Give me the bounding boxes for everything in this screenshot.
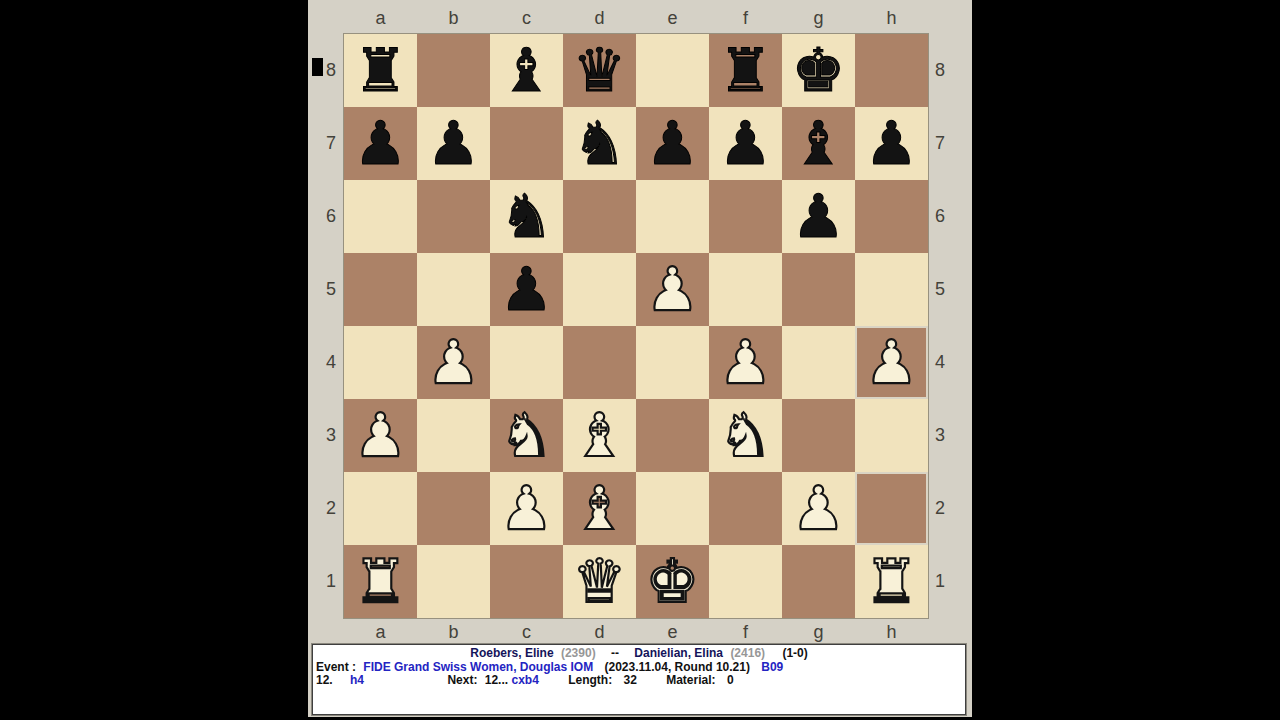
next-label: Next: — [447, 673, 477, 687]
piece-black-pawn: ♟ — [782, 180, 855, 253]
square-b3[interactable] — [417, 399, 490, 472]
piece-black-king: ♚ — [782, 34, 855, 107]
piece-white-pawn: ♟ — [782, 472, 855, 545]
move-played[interactable]: h4 — [350, 673, 364, 687]
piece-white-queen: ♛ — [563, 545, 636, 618]
piece-white-pawn: ♟ — [417, 326, 490, 399]
file-labels-top: abcdefgh — [344, 8, 928, 29]
square-d3[interactable]: ♝ — [563, 399, 636, 472]
file-label-h: h — [855, 622, 928, 643]
length-label: Length: — [568, 673, 612, 687]
rank-label-3: 3 — [326, 399, 339, 472]
piece-black-pawn: ♟ — [636, 107, 709, 180]
rank-label-4: 4 — [933, 326, 953, 399]
move-line: 12. h4 Next: 12... cxb4 Length: 32 Mater… — [313, 674, 965, 688]
piece-black-rook: ♜ — [709, 34, 782, 107]
square-h3[interactable] — [855, 399, 928, 472]
square-d4[interactable] — [563, 326, 636, 399]
square-e2[interactable] — [636, 472, 709, 545]
square-g1[interactable] — [782, 545, 855, 618]
square-f1[interactable] — [709, 545, 782, 618]
piece-white-pawn: ♟ — [490, 472, 563, 545]
event-line: Event : FIDE Grand Swiss Women, Douglas … — [313, 661, 965, 675]
players-line: Roebers, Eline (2390) -- Danielian, Elin… — [313, 647, 965, 661]
piece-black-pawn: ♟ — [709, 107, 782, 180]
black-player-rating: (2416) — [730, 646, 765, 660]
file-labels-bottom: abcdefgh — [344, 622, 928, 643]
file-label-c: c — [490, 8, 563, 29]
rank-label-5: 5 — [326, 253, 339, 326]
piece-black-pawn: ♟ — [344, 107, 417, 180]
square-e3[interactable] — [636, 399, 709, 472]
file-label-g: g — [782, 622, 855, 643]
square-d6[interactable] — [563, 180, 636, 253]
rank-label-8: 8 — [933, 34, 953, 107]
piece-white-rook: ♜ — [344, 545, 417, 618]
rank-label-3: 3 — [933, 399, 953, 472]
square-e8[interactable] — [636, 34, 709, 107]
piece-white-knight: ♞ — [490, 399, 563, 472]
square-g4[interactable] — [782, 326, 855, 399]
eco-code: B09 — [761, 660, 783, 674]
piece-black-bishop: ♝ — [782, 107, 855, 180]
square-c1[interactable] — [490, 545, 563, 618]
rank-label-4: 4 — [326, 326, 339, 399]
piece-black-rook: ♜ — [344, 34, 417, 107]
square-c5[interactable]: ♟ — [490, 253, 563, 326]
square-e1[interactable]: ♚ — [636, 545, 709, 618]
piece-white-knight: ♞ — [709, 399, 782, 472]
white-player-name: Roebers, Eline — [470, 646, 553, 660]
rank-labels-right: 87654321 — [933, 34, 953, 618]
file-label-h: h — [855, 8, 928, 29]
file-label-g: g — [782, 8, 855, 29]
piece-white-pawn: ♟ — [855, 326, 928, 399]
piece-white-rook: ♜ — [855, 545, 928, 618]
square-b2[interactable] — [417, 472, 490, 545]
viewer-background: abcdefgh 87654321 ♜♝♛♜♚♟♟♞♟♟♝♟♞♟♟♟♟♟♟♟♞♝… — [308, 0, 972, 717]
piece-white-bishop: ♝ — [563, 399, 636, 472]
square-a6[interactable] — [344, 180, 417, 253]
material-value: 0 — [727, 673, 734, 687]
square-c3[interactable]: ♞ — [490, 399, 563, 472]
file-label-b: b — [417, 622, 490, 643]
piece-black-pawn: ♟ — [490, 253, 563, 326]
square-e4[interactable] — [636, 326, 709, 399]
piece-white-pawn: ♟ — [709, 326, 782, 399]
square-a5[interactable] — [344, 253, 417, 326]
piece-white-pawn: ♟ — [344, 399, 417, 472]
file-label-a: a — [344, 622, 417, 643]
square-d2[interactable]: ♝ — [563, 472, 636, 545]
piece-black-pawn: ♟ — [855, 107, 928, 180]
square-c7[interactable] — [490, 107, 563, 180]
event-label: Event : — [316, 660, 356, 674]
square-b6[interactable] — [417, 180, 490, 253]
piece-black-pawn: ♟ — [417, 107, 490, 180]
file-label-f: f — [709, 8, 782, 29]
rank-label-2: 2 — [326, 472, 339, 545]
piece-black-bishop: ♝ — [490, 34, 563, 107]
square-h6[interactable] — [855, 180, 928, 253]
material-label: Material: — [666, 673, 715, 687]
square-b4[interactable]: ♟ — [417, 326, 490, 399]
square-h7[interactable]: ♟ — [855, 107, 928, 180]
square-c2[interactable]: ♟ — [490, 472, 563, 545]
game-info-panel: Roebers, Eline (2390) -- Danielian, Elin… — [312, 644, 966, 715]
next-move-number: 12... — [485, 673, 508, 687]
square-h5[interactable] — [855, 253, 928, 326]
square-g3[interactable] — [782, 399, 855, 472]
piece-black-queen: ♛ — [563, 34, 636, 107]
piece-white-pawn: ♟ — [636, 253, 709, 326]
square-f6[interactable] — [709, 180, 782, 253]
file-label-f: f — [709, 622, 782, 643]
event-details: (2023.11.04, Round 10.21) — [605, 660, 750, 674]
rank-label-7: 7 — [933, 107, 953, 180]
square-b5[interactable] — [417, 253, 490, 326]
square-e5[interactable]: ♟ — [636, 253, 709, 326]
file-label-e: e — [636, 8, 709, 29]
square-b8[interactable] — [417, 34, 490, 107]
piece-black-knight: ♞ — [563, 107, 636, 180]
rank-label-7: 7 — [326, 107, 339, 180]
square-c8[interactable]: ♝ — [490, 34, 563, 107]
square-d8[interactable]: ♛ — [563, 34, 636, 107]
rank-label-6: 6 — [326, 180, 339, 253]
square-f5[interactable] — [709, 253, 782, 326]
rank-labels-left: 87654321 — [308, 34, 339, 618]
square-h4[interactable]: ♟ — [855, 326, 928, 399]
square-f3[interactable]: ♞ — [709, 399, 782, 472]
move-number: 12. — [316, 673, 333, 687]
white-player-rating: (2390) — [561, 646, 596, 660]
square-d7[interactable]: ♞ — [563, 107, 636, 180]
file-label-d: d — [563, 8, 636, 29]
square-d1[interactable]: ♛ — [563, 545, 636, 618]
square-h8[interactable] — [855, 34, 928, 107]
square-g6[interactable]: ♟ — [782, 180, 855, 253]
rank-label-6: 6 — [933, 180, 953, 253]
file-label-b: b — [417, 8, 490, 29]
square-f2[interactable] — [709, 472, 782, 545]
piece-white-king: ♚ — [636, 545, 709, 618]
square-g8[interactable]: ♚ — [782, 34, 855, 107]
square-a1[interactable]: ♜ — [344, 545, 417, 618]
file-label-a: a — [344, 8, 417, 29]
square-h1[interactable]: ♜ — [855, 545, 928, 618]
event-name: FIDE Grand Swiss Women, Douglas IOM — [363, 660, 593, 674]
square-b1[interactable] — [417, 545, 490, 618]
rank-label-1: 1 — [326, 545, 339, 618]
square-a7[interactable]: ♟ — [344, 107, 417, 180]
piece-white-bishop: ♝ — [563, 472, 636, 545]
square-g2[interactable]: ♟ — [782, 472, 855, 545]
square-a8[interactable]: ♜ — [344, 34, 417, 107]
square-a2[interactable] — [344, 472, 417, 545]
file-label-c: c — [490, 622, 563, 643]
square-c6[interactable]: ♞ — [490, 180, 563, 253]
square-a4[interactable] — [344, 326, 417, 399]
game-result: (1-0) — [782, 646, 807, 660]
square-h2[interactable] — [855, 472, 928, 545]
square-c4[interactable] — [490, 326, 563, 399]
rank-label-5: 5 — [933, 253, 953, 326]
square-f7[interactable]: ♟ — [709, 107, 782, 180]
square-g5[interactable] — [782, 253, 855, 326]
square-e7[interactable]: ♟ — [636, 107, 709, 180]
chess-board: ♜♝♛♜♚♟♟♞♟♟♝♟♞♟♟♟♟♟♟♟♞♝♞♟♝♟♜♛♚♜ — [343, 33, 929, 619]
next-move[interactable]: cxb4 — [511, 673, 538, 687]
black-player-name: Danielian, Elina — [634, 646, 723, 660]
square-b7[interactable]: ♟ — [417, 107, 490, 180]
rank-label-8: 8 — [326, 34, 339, 107]
square-f8[interactable]: ♜ — [709, 34, 782, 107]
square-g7[interactable]: ♝ — [782, 107, 855, 180]
file-label-d: d — [563, 622, 636, 643]
square-e6[interactable] — [636, 180, 709, 253]
players-separator: -- — [611, 646, 619, 660]
piece-black-knight: ♞ — [490, 180, 563, 253]
file-label-e: e — [636, 622, 709, 643]
square-f4[interactable]: ♟ — [709, 326, 782, 399]
square-a3[interactable]: ♟ — [344, 399, 417, 472]
rank-label-2: 2 — [933, 472, 953, 545]
length-value: 32 — [624, 673, 637, 687]
square-d5[interactable] — [563, 253, 636, 326]
rank-label-1: 1 — [933, 545, 953, 618]
